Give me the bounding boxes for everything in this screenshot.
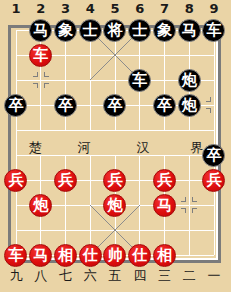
file-label-top-2: 2 <box>30 1 52 16</box>
piece-red-elephant[interactable]: 相 <box>54 244 77 267</box>
piece-black-soldier[interactable]: 卒 <box>153 94 176 117</box>
piece-red-cannon[interactable]: 炮 <box>103 194 126 217</box>
piece-black-advisor[interactable]: 士 <box>79 19 102 42</box>
file-label-bottom-7: 三 <box>154 268 176 283</box>
xiangqi-app: 楚河汉界 123456789 九八七六五四三二一 马象士将士象马车车车炮卒卒卒卒… <box>0 0 231 292</box>
piece-red-general[interactable]: 帅 <box>103 244 126 267</box>
piece-red-advisor[interactable]: 仕 <box>79 244 102 267</box>
xiangqi-board: 马象士将士象马车车车炮卒卒卒卒炮卒兵兵兵兵兵炮炮马车马相仕帅仕相 <box>4 18 227 268</box>
file-label-bottom-6: 四 <box>129 268 151 283</box>
piece-black-soldier[interactable]: 卒 <box>54 94 77 117</box>
file-label-bottom-1: 九 <box>5 268 27 283</box>
file-label-bottom-9: 一 <box>203 268 225 283</box>
piece-black-chariot[interactable]: 车 <box>128 69 151 92</box>
piece-red-soldier[interactable]: 兵 <box>103 169 126 192</box>
file-label-bottom-2: 八 <box>30 268 52 283</box>
piece-black-cannon[interactable]: 炮 <box>178 69 201 92</box>
piece-red-elephant[interactable]: 相 <box>153 244 176 267</box>
file-label-top-5: 5 <box>104 1 126 16</box>
file-label-top-1: 1 <box>5 1 27 16</box>
piece-black-general[interactable]: 将 <box>103 19 126 42</box>
piece-black-horse[interactable]: 马 <box>178 19 201 42</box>
piece-red-horse[interactable]: 马 <box>29 244 52 267</box>
piece-red-chariot[interactable]: 车 <box>29 44 52 67</box>
file-label-bottom-8: 二 <box>178 268 200 283</box>
piece-black-horse[interactable]: 马 <box>29 19 52 42</box>
file-label-bottom-4: 六 <box>79 268 101 283</box>
piece-red-chariot[interactable]: 车 <box>4 244 27 267</box>
file-label-top-4: 4 <box>79 1 101 16</box>
piece-black-advisor[interactable]: 士 <box>128 19 151 42</box>
file-label-top-7: 7 <box>154 1 176 16</box>
piece-black-cannon[interactable]: 炮 <box>178 94 201 117</box>
piece-black-chariot[interactable]: 车 <box>202 19 225 42</box>
piece-red-cannon[interactable]: 炮 <box>29 194 52 217</box>
piece-black-elephant[interactable]: 象 <box>54 19 77 42</box>
file-label-top-3: 3 <box>55 1 77 16</box>
file-label-top-8: 8 <box>178 1 200 16</box>
piece-black-soldier[interactable]: 卒 <box>202 144 225 167</box>
file-label-bottom-3: 七 <box>55 268 77 283</box>
piece-red-advisor[interactable]: 仕 <box>128 244 151 267</box>
file-label-top-9: 9 <box>203 1 225 16</box>
piece-black-soldier[interactable]: 卒 <box>4 94 27 117</box>
piece-black-soldier[interactable]: 卒 <box>103 94 126 117</box>
file-label-bottom-5: 五 <box>104 268 126 283</box>
piece-red-soldier[interactable]: 兵 <box>153 169 176 192</box>
file-label-top-6: 6 <box>129 1 151 16</box>
piece-red-horse[interactable]: 马 <box>153 194 176 217</box>
piece-black-elephant[interactable]: 象 <box>153 19 176 42</box>
piece-red-soldier[interactable]: 兵 <box>4 169 27 192</box>
piece-red-soldier[interactable]: 兵 <box>202 169 225 192</box>
piece-red-soldier[interactable]: 兵 <box>54 169 77 192</box>
